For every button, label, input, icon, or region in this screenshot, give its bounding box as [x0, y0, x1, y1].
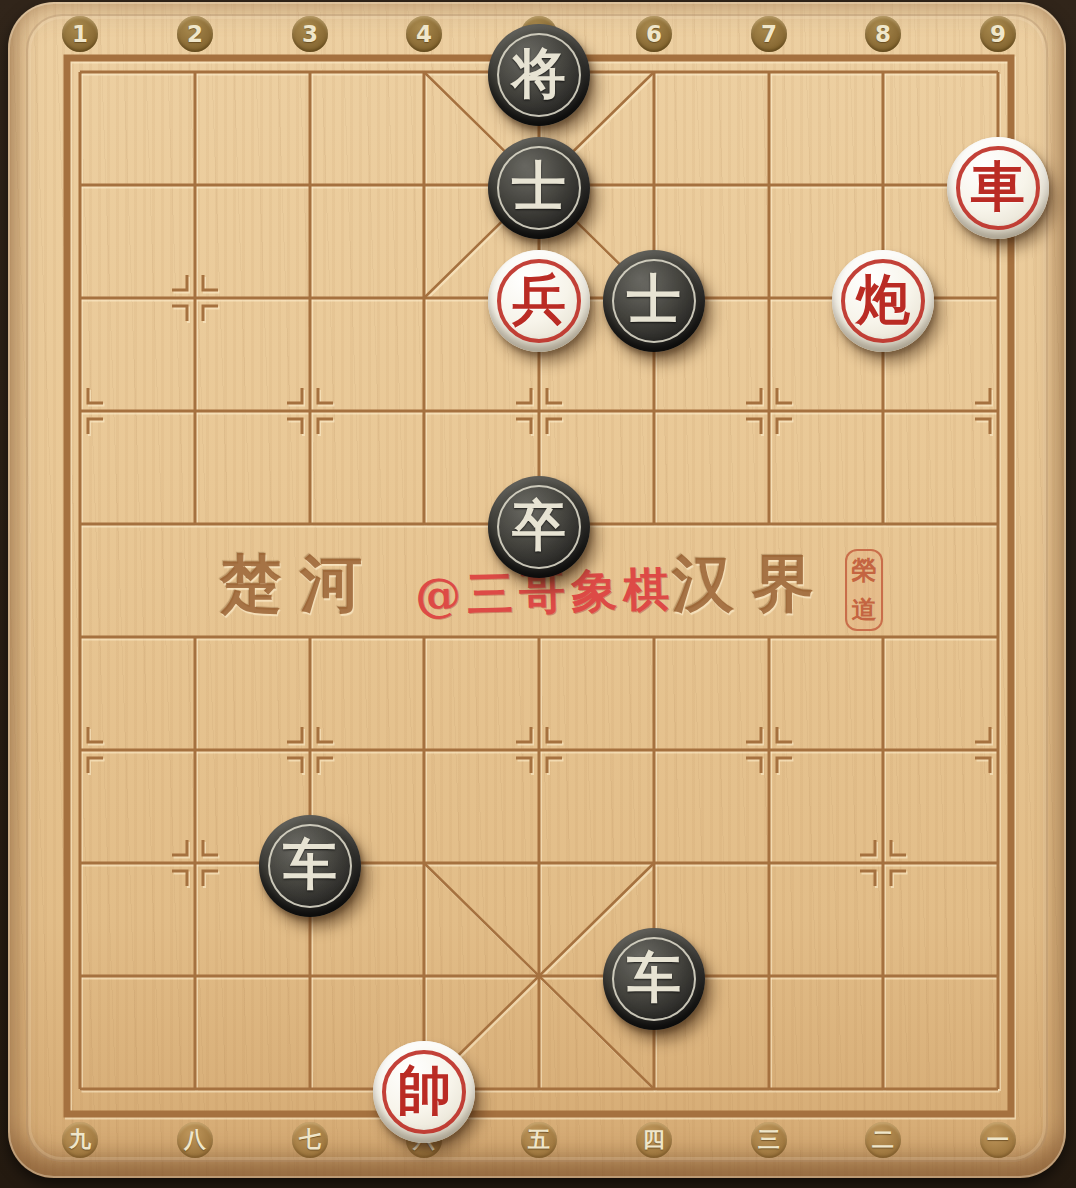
file-label-bottom-七: 七: [292, 1122, 328, 1158]
file-label-top-7: 7: [751, 16, 787, 52]
red-general[interactable]: 帥: [373, 1041, 475, 1143]
file-label-bottom-二: 二: [865, 1122, 901, 1158]
black-chariot-2-body: [603, 928, 705, 1030]
red-seal-stamp: 榮 道: [845, 549, 883, 631]
black-advisor-2[interactable]: 士: [603, 250, 705, 352]
river-text-chu-he: 楚河: [220, 553, 380, 615]
black-advisor-1-body: [488, 137, 590, 239]
seal-bottom-char: 道: [852, 597, 877, 622]
red-general-body: [373, 1041, 475, 1143]
xiangqi-app: 楚河 汉界 @三哥象棋 榮 道 123456789 九八七六五四三二一 将士車兵…: [0, 0, 1076, 1188]
file-label-bottom-四: 四: [636, 1122, 672, 1158]
black-chariot-1[interactable]: 车: [259, 815, 361, 917]
red-chariot[interactable]: 車: [947, 137, 1049, 239]
red-chariot-body: [947, 137, 1049, 239]
black-pawn-body: [488, 476, 590, 578]
black-general[interactable]: 将: [488, 24, 590, 126]
file-label-bottom-一: 一: [980, 1122, 1016, 1158]
file-label-bottom-八: 八: [177, 1122, 213, 1158]
black-general-body: [488, 24, 590, 126]
seal-top-char: 榮: [852, 558, 877, 583]
red-cannon-body: [832, 250, 934, 352]
red-pawn-body: [488, 250, 590, 352]
file-label-top-1: 1: [62, 16, 98, 52]
file-label-top-4: 4: [406, 16, 442, 52]
file-label-bottom-九: 九: [62, 1122, 98, 1158]
file-label-top-8: 8: [865, 16, 901, 52]
red-pawn[interactable]: 兵: [488, 250, 590, 352]
black-pawn[interactable]: 卒: [488, 476, 590, 578]
black-advisor-1[interactable]: 士: [488, 137, 590, 239]
red-cannon[interactable]: 炮: [832, 250, 934, 352]
file-label-bottom-五: 五: [521, 1122, 557, 1158]
file-label-top-9: 9: [980, 16, 1016, 52]
river-text-han-jie: 汉界: [672, 553, 832, 615]
file-label-top-6: 6: [636, 16, 672, 52]
black-chariot-2[interactable]: 车: [603, 928, 705, 1030]
black-chariot-1-body: [259, 815, 361, 917]
file-label-bottom-三: 三: [751, 1122, 787, 1158]
file-label-top-3: 3: [292, 16, 328, 52]
black-advisor-2-body: [603, 250, 705, 352]
file-label-top-2: 2: [177, 16, 213, 52]
